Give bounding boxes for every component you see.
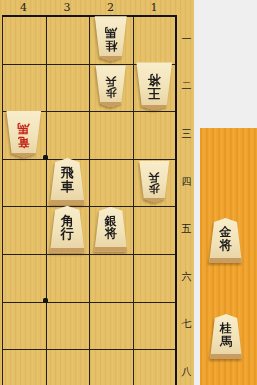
piece-kanji: 竜馬 [5,114,42,157]
board-cell-4八[interactable] [3,350,47,385]
board-cell-4七[interactable] [3,303,47,351]
piece-kanji: 桂馬 [94,19,128,60]
file-label-3: 3 [46,1,89,15]
board-cell-1八[interactable] [134,350,178,385]
rank-label-3: 三 [179,128,194,140]
kanji-char: 歩 [105,87,116,98]
kanji-char: 馬 [220,335,232,347]
piece-kanji: 銀将 [93,207,128,248]
kanji-char: 将 [105,227,117,239]
board-cell-4六[interactable] [3,255,47,303]
board-cell-4四[interactable] [3,160,47,208]
kanji-char: 桂 [220,322,232,334]
kanji-char: 歩 [149,183,160,194]
piece-sente-rook-34[interactable]: 飛車 [49,158,86,205]
rank-label-1: 一 [179,33,194,45]
piece-sente-gold-in-hand[interactable]: 金将 [208,218,243,263]
piece-body: 桂馬 [94,16,128,61]
piece-gote-king-12[interactable]: 王将 [135,62,173,110]
board-cell-2六[interactable] [90,255,134,303]
board-cell-3一[interactable] [47,17,91,65]
piece-body: 歩兵 [95,65,127,107]
piece-kanji: 王将 [135,65,173,109]
board-cell-2四[interactable] [90,160,134,208]
piece-kanji: 歩兵 [95,68,127,106]
piece-gote-pawn-14[interactable]: 歩兵 [138,161,170,203]
piece-gote-pawn-22[interactable]: 歩兵 [95,65,127,107]
kanji-char: 桂 [105,40,117,52]
piece-kanji: 桂馬 [209,314,243,355]
hoshi-point-1 [43,155,48,160]
kanji-char: 兵 [149,171,160,182]
board-cell-1一[interactable] [134,17,178,65]
board-cell-3八[interactable] [47,350,91,385]
kanji-char: 竜 [18,135,30,147]
piece-kanji: 飛車 [49,158,86,201]
piece-body: 銀将 [93,207,128,252]
board-cell-2三[interactable] [90,112,134,160]
board-cell-1六[interactable] [134,255,178,303]
kanji-char: 車 [61,180,74,193]
board-cell-3七[interactable] [47,303,91,351]
rank-label-6: 六 [179,271,194,283]
piece-sente-knight-in-hand[interactable]: 桂馬 [209,314,243,359]
board-cell-4五[interactable] [3,207,47,255]
kanji-char: 将 [148,74,161,87]
file-label-1: 1 [133,1,176,15]
board-cell-4一[interactable] [3,17,47,65]
piece-body: 桂馬 [209,314,243,359]
board-cell-2八[interactable] [90,350,134,385]
kanji-char: 馬 [18,123,30,135]
kanji-char: 兵 [105,76,116,87]
piece-sente-bishop-35[interactable]: 角行 [49,206,86,253]
kanji-char: 飛 [61,166,74,179]
kanji-char: 行 [61,227,74,240]
board-cell-2七[interactable] [90,303,134,351]
piece-kanji: 金将 [208,218,243,259]
file-label-4: 4 [2,1,45,15]
board-cell-1七[interactable] [134,303,178,351]
rank-label-4: 四 [179,176,194,188]
piece-body: 角行 [49,206,86,253]
board-cell-3二[interactable] [47,65,91,113]
board-cell-3三[interactable] [47,112,91,160]
piece-body: 金将 [208,218,243,263]
board-cell-4二[interactable] [3,65,47,113]
hoshi-point-2 [43,298,48,303]
board-cell-1五[interactable] [134,207,178,255]
shogi-app: 4321 一二三四五六七八 桂馬歩兵王将竜馬歩兵飛車角行銀将金将桂馬 [0,0,257,385]
piece-body: 飛車 [49,158,86,205]
kanji-char: 王 [148,87,161,100]
piece-body: 竜馬 [5,111,42,158]
piece-gote-promoted-bishop-43[interactable]: 竜馬 [5,111,42,158]
board-cell-3六[interactable] [47,255,91,303]
file-label-2: 2 [89,1,132,15]
piece-gote-knight-21[interactable]: 桂馬 [94,16,128,61]
rank-label-5: 五 [179,223,194,235]
rank-label-7: 七 [179,318,194,330]
board-cell-1三[interactable] [134,112,178,160]
rank-label-8: 八 [179,366,194,378]
kanji-char: 馬 [105,27,117,39]
piece-kanji: 歩兵 [138,164,170,202]
piece-sente-silver-25[interactable]: 銀将 [93,207,128,252]
piece-kanji: 角行 [49,206,86,249]
rank-label-2: 二 [179,80,194,92]
kanji-char: 金 [220,226,232,238]
piece-body: 歩兵 [138,161,170,203]
kanji-char: 将 [220,239,232,251]
piece-body: 王将 [135,62,173,110]
kanji-char: 角 [61,214,74,227]
